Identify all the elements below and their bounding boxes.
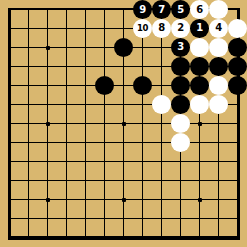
grid-line-horizontal <box>11 218 238 219</box>
move-number-label: 5 <box>177 5 183 15</box>
black-stone-glyph: ● <box>194 60 204 72</box>
white-stone-glyph: ● <box>213 79 223 91</box>
black-stone-glyph: ● <box>232 41 242 53</box>
black-stone-glyph: ● <box>232 60 242 72</box>
move-number-label: 6 <box>196 5 202 15</box>
move-number-label: 1 <box>196 23 202 33</box>
black-stone-glyph: ● <box>232 79 242 91</box>
move-number-label: 10 <box>137 24 148 33</box>
white-stone: ● <box>228 19 247 39</box>
black-stone-glyph: ● <box>194 79 204 91</box>
move-number-label: 9 <box>139 5 145 15</box>
black-stone-glyph: ● <box>213 60 223 72</box>
white-stone-glyph: ● <box>213 4 223 16</box>
go-board-diagram: ●9●7●5●6●●10●8●2●1●4●●●3●●●●●●●●●●●●●●●●… <box>0 0 247 247</box>
move-number-label: 4 <box>215 23 221 33</box>
white-stone-glyph: ● <box>194 98 204 110</box>
grid-line-vertical <box>161 10 162 237</box>
grid-line-horizontal <box>11 142 238 143</box>
white-stone-glyph: ● <box>156 98 166 110</box>
black-stone-glyph: ● <box>175 60 185 72</box>
white-stone-glyph: ● <box>232 22 242 34</box>
move-number-label: 8 <box>158 23 164 33</box>
star-point <box>122 198 126 202</box>
move-number-label: 2 <box>177 23 183 33</box>
black-stone-glyph: ● <box>137 79 147 91</box>
black-stone: ● <box>228 38 247 58</box>
white-stone-glyph: ● <box>175 136 185 148</box>
black-stone: ● <box>228 57 247 77</box>
black-stone-glyph: ● <box>118 41 128 53</box>
white-stone-glyph: ● <box>213 41 223 53</box>
star-point <box>46 46 50 50</box>
grid-line-horizontal <box>11 161 238 162</box>
star-point <box>46 122 50 126</box>
move-number-label: 3 <box>177 42 183 52</box>
star-point <box>198 122 202 126</box>
black-stone: ● <box>228 76 247 96</box>
grid-line-vertical <box>142 10 143 237</box>
white-stone-glyph: ● <box>213 98 223 110</box>
black-stone-glyph: ● <box>175 98 185 110</box>
move-number-label: 7 <box>158 5 164 15</box>
black-stone-glyph: ● <box>99 79 109 91</box>
white-stone-glyph: ● <box>175 117 185 129</box>
grid-line-horizontal <box>11 180 238 181</box>
white-stone-glyph: ● <box>194 41 204 53</box>
star-point <box>122 122 126 126</box>
black-stone-glyph: ● <box>175 79 185 91</box>
star-point <box>198 198 202 202</box>
star-point <box>46 198 50 202</box>
